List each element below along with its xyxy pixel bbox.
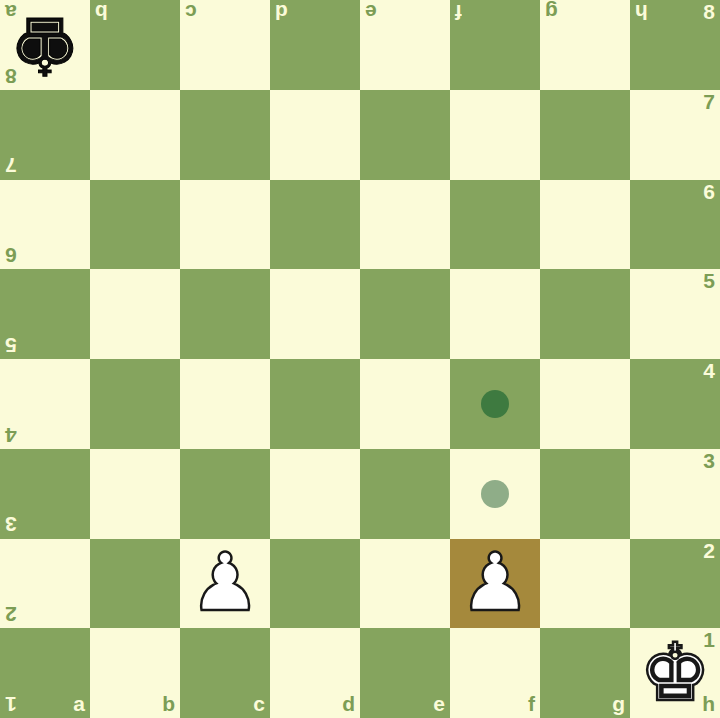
square-b8[interactable]: b <box>90 0 180 90</box>
square-e5[interactable] <box>360 269 450 359</box>
square-d2[interactable] <box>270 539 360 629</box>
square-h8[interactable]: h8 <box>630 0 720 90</box>
move-hint-dot-f3[interactable] <box>481 480 509 508</box>
coord-right-5: 5 <box>703 270 715 292</box>
square-f2[interactable]: ♟ <box>450 539 540 629</box>
square-b7[interactable] <box>90 90 180 180</box>
move-hint-dot-f4[interactable] <box>481 390 509 418</box>
square-h6[interactable]: 6 <box>630 180 720 270</box>
square-c1[interactable]: c <box>180 628 270 718</box>
square-h1[interactable]: 1h♚ <box>630 628 720 718</box>
square-g5[interactable] <box>540 269 630 359</box>
coord-right-7: 7 <box>703 91 715 113</box>
square-f6[interactable] <box>450 180 540 270</box>
square-d1[interactable]: d <box>270 628 360 718</box>
square-c2[interactable]: ♟ <box>180 539 270 629</box>
square-d5[interactable] <box>270 269 360 359</box>
square-b1[interactable]: b <box>90 628 180 718</box>
coord-right-2: 2 <box>703 540 715 562</box>
coord-right-6: 6 <box>703 181 715 203</box>
square-g8[interactable]: g <box>540 0 630 90</box>
coord-bottom-c: c <box>253 693 265 715</box>
coord-left-7: 7 <box>5 154 17 176</box>
square-c5[interactable] <box>180 269 270 359</box>
coord-left-4: 4 <box>5 424 17 446</box>
square-f7[interactable] <box>450 90 540 180</box>
square-f8[interactable]: f <box>450 0 540 90</box>
square-f5[interactable] <box>450 269 540 359</box>
black-king[interactable]: ♚ <box>0 0 90 90</box>
coord-top-f: f <box>455 1 462 23</box>
square-g4[interactable] <box>540 359 630 449</box>
coord-bottom-e: e <box>433 693 445 715</box>
coord-left-5: 5 <box>5 334 17 356</box>
white-pawn[interactable]: ♟ <box>450 539 540 629</box>
square-a4[interactable]: 4 <box>0 359 90 449</box>
coord-left-2: 2 <box>5 603 17 625</box>
square-b2[interactable] <box>90 539 180 629</box>
coord-bottom-g: g <box>612 693 625 715</box>
square-c4[interactable] <box>180 359 270 449</box>
coord-right-8: 8 <box>703 1 715 23</box>
square-e7[interactable] <box>360 90 450 180</box>
coord-right-3: 3 <box>703 450 715 472</box>
coord-bottom-d: d <box>342 693 355 715</box>
square-g1[interactable]: g <box>540 628 630 718</box>
square-a8[interactable]: a8♚ <box>0 0 90 90</box>
coord-left-3: 3 <box>5 513 17 535</box>
square-b3[interactable] <box>90 449 180 539</box>
square-e8[interactable]: e <box>360 0 450 90</box>
coord-left-6: 6 <box>5 244 17 266</box>
square-d6[interactable] <box>270 180 360 270</box>
square-b4[interactable] <box>90 359 180 449</box>
square-c7[interactable] <box>180 90 270 180</box>
square-h2[interactable]: 2 <box>630 539 720 629</box>
square-e4[interactable] <box>360 359 450 449</box>
coord-top-b: b <box>95 1 108 23</box>
coord-bottom-b: b <box>162 693 175 715</box>
white-king[interactable]: ♚ <box>630 628 720 718</box>
coord-left-1: 1 <box>5 693 17 715</box>
square-h7[interactable]: 7 <box>630 90 720 180</box>
square-f1[interactable]: f <box>450 628 540 718</box>
coord-top-h: h <box>635 1 648 23</box>
square-e1[interactable]: e <box>360 628 450 718</box>
square-b6[interactable] <box>90 180 180 270</box>
square-c8[interactable]: c <box>180 0 270 90</box>
square-h4[interactable]: 4 <box>630 359 720 449</box>
square-a2[interactable]: 2 <box>0 539 90 629</box>
square-e2[interactable] <box>360 539 450 629</box>
square-d4[interactable] <box>270 359 360 449</box>
square-h3[interactable]: 3 <box>630 449 720 539</box>
square-a3[interactable]: 3 <box>0 449 90 539</box>
square-e3[interactable] <box>360 449 450 539</box>
square-g3[interactable] <box>540 449 630 539</box>
square-d7[interactable] <box>270 90 360 180</box>
coord-right-4: 4 <box>703 360 715 382</box>
white-pawn[interactable]: ♟ <box>180 539 270 629</box>
coord-bottom-a: a <box>73 693 85 715</box>
coord-top-d: d <box>275 1 288 23</box>
square-d3[interactable] <box>270 449 360 539</box>
chess-board: a8♚bcdefgh877665544332♟♟21abcdefg1h♚ <box>0 0 720 718</box>
square-c3[interactable] <box>180 449 270 539</box>
square-a6[interactable]: 6 <box>0 180 90 270</box>
square-a7[interactable]: 7 <box>0 90 90 180</box>
square-a1[interactable]: 1a <box>0 628 90 718</box>
coord-top-e: e <box>365 1 377 23</box>
square-f4[interactable] <box>450 359 540 449</box>
coord-bottom-f: f <box>528 693 535 715</box>
square-g7[interactable] <box>540 90 630 180</box>
square-c6[interactable] <box>180 180 270 270</box>
coord-top-g: g <box>545 1 558 23</box>
coord-top-c: c <box>185 1 197 23</box>
square-e6[interactable] <box>360 180 450 270</box>
square-d8[interactable]: d <box>270 0 360 90</box>
square-g6[interactable] <box>540 180 630 270</box>
square-a5[interactable]: 5 <box>0 269 90 359</box>
square-b5[interactable] <box>90 269 180 359</box>
square-g2[interactable] <box>540 539 630 629</box>
square-h5[interactable]: 5 <box>630 269 720 359</box>
square-f3[interactable] <box>450 449 540 539</box>
